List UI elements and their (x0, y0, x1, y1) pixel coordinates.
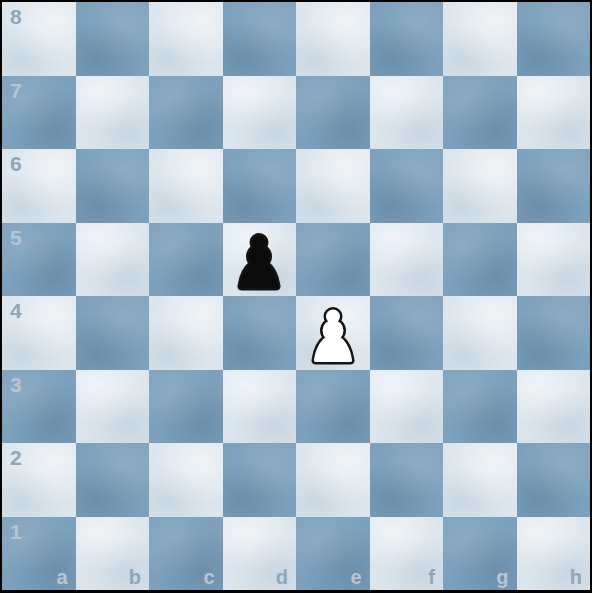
file-label-g: g (496, 567, 508, 587)
file-label-a: a (56, 567, 67, 587)
black-pawn[interactable] (236, 233, 282, 291)
square-g2[interactable] (443, 443, 517, 517)
square-a5[interactable]: 5 (2, 223, 76, 297)
square-h5[interactable] (517, 223, 591, 297)
square-d7[interactable] (223, 76, 297, 150)
file-label-c: c (203, 567, 214, 587)
square-c7[interactable] (149, 76, 223, 150)
square-a3[interactable]: 3 (2, 370, 76, 444)
square-f4[interactable] (370, 296, 444, 370)
square-g6[interactable] (443, 149, 517, 223)
board-frame: { "game": "chess", "board": { "files": [… (0, 0, 592, 593)
square-c2[interactable] (149, 443, 223, 517)
square-b4[interactable] (76, 296, 150, 370)
square-e3[interactable] (296, 370, 370, 444)
square-e5[interactable] (296, 223, 370, 297)
square-g8[interactable] (443, 2, 517, 76)
square-a7[interactable]: 7 (2, 76, 76, 150)
square-d8[interactable] (223, 2, 297, 76)
square-e1[interactable]: e (296, 517, 370, 591)
square-g1[interactable]: g (443, 517, 517, 591)
square-d3[interactable] (223, 370, 297, 444)
rank-label-7: 7 (10, 80, 22, 101)
square-d1[interactable]: d (223, 517, 297, 591)
file-label-h: h (570, 567, 582, 587)
rank-label-8: 8 (10, 6, 22, 27)
square-c4[interactable] (149, 296, 223, 370)
file-label-b: b (129, 567, 141, 587)
square-h8[interactable] (517, 2, 591, 76)
square-d2[interactable] (223, 443, 297, 517)
square-g7[interactable] (443, 76, 517, 150)
square-f3[interactable] (370, 370, 444, 444)
square-c1[interactable]: c (149, 517, 223, 591)
square-f8[interactable] (370, 2, 444, 76)
rank-label-6: 6 (10, 153, 22, 174)
square-e4[interactable] (296, 296, 370, 370)
square-f6[interactable] (370, 149, 444, 223)
square-e8[interactable] (296, 2, 370, 76)
square-b3[interactable] (76, 370, 150, 444)
square-d6[interactable] (223, 149, 297, 223)
white-pawn[interactable] (310, 307, 356, 365)
square-f2[interactable] (370, 443, 444, 517)
rank-label-4: 4 (10, 300, 22, 321)
square-f5[interactable] (370, 223, 444, 297)
square-a4[interactable]: 4 (2, 296, 76, 370)
rank-label-5: 5 (10, 227, 22, 248)
square-e7[interactable] (296, 76, 370, 150)
square-b1[interactable]: b (76, 517, 150, 591)
square-e2[interactable] (296, 443, 370, 517)
square-a2[interactable]: 2 (2, 443, 76, 517)
square-b7[interactable] (76, 76, 150, 150)
file-label-e: e (350, 567, 361, 587)
square-g5[interactable] (443, 223, 517, 297)
rank-label-3: 3 (10, 374, 22, 395)
square-f1[interactable]: f (370, 517, 444, 591)
square-e6[interactable] (296, 149, 370, 223)
square-g4[interactable] (443, 296, 517, 370)
square-c8[interactable] (149, 2, 223, 76)
square-g3[interactable] (443, 370, 517, 444)
square-h7[interactable] (517, 76, 591, 150)
square-f7[interactable] (370, 76, 444, 150)
square-h4[interactable] (517, 296, 591, 370)
chess-board: 87654321abcdefgh (2, 2, 590, 590)
square-a6[interactable]: 6 (2, 149, 76, 223)
square-b6[interactable] (76, 149, 150, 223)
square-b8[interactable] (76, 2, 150, 76)
square-c5[interactable] (149, 223, 223, 297)
square-c6[interactable] (149, 149, 223, 223)
square-d4[interactable] (223, 296, 297, 370)
square-h3[interactable] (517, 370, 591, 444)
file-label-d: d (276, 567, 288, 587)
square-b5[interactable] (76, 223, 150, 297)
square-c3[interactable] (149, 370, 223, 444)
square-h6[interactable] (517, 149, 591, 223)
square-h1[interactable]: h (517, 517, 591, 591)
square-a1[interactable]: 1a (2, 517, 76, 591)
rank-label-2: 2 (10, 447, 22, 468)
file-label-f: f (428, 567, 435, 587)
square-d5[interactable] (223, 223, 297, 297)
square-b2[interactable] (76, 443, 150, 517)
rank-label-1: 1 (10, 521, 22, 542)
square-a8[interactable]: 8 (2, 2, 76, 76)
square-h2[interactable] (517, 443, 591, 517)
